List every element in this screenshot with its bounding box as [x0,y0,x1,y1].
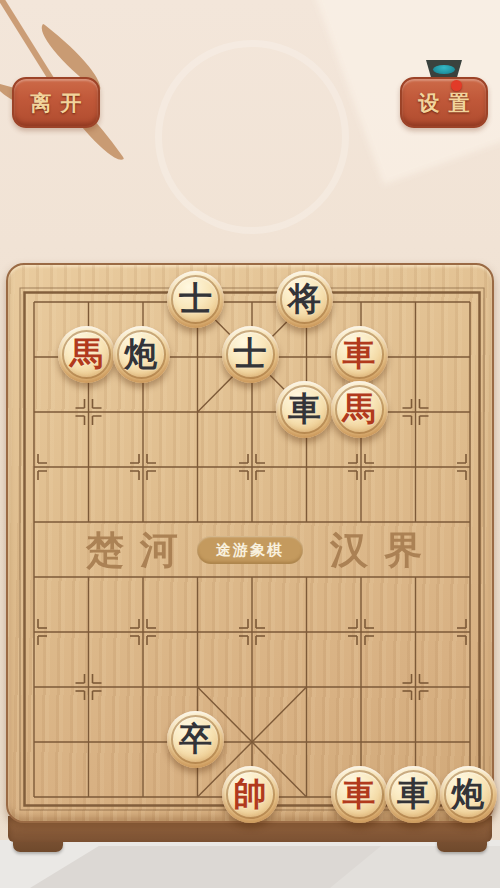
piece-black-general[interactable]: 将 [276,271,333,328]
blossom-decoration [155,40,349,234]
table-surface [0,840,500,888]
game-screen: 离开 设置 楚河 汉界 途游象棋 士将馬炮士車車馬卒帥車車炮 [0,0,500,888]
piece-glyph: 士 [179,282,212,315]
piece-glyph: 馬 [70,337,103,370]
tea-surface [433,65,455,74]
piece-glyph: 炮 [452,777,485,810]
piece-glyph: 将 [288,282,321,315]
piece-glyph: 車 [343,777,376,810]
piece-glyph: 帥 [234,777,267,810]
piece-glyph: 炮 [125,337,158,370]
piece-red-horse[interactable]: 馬 [58,326,115,383]
piece-red-general[interactable]: 帥 [222,766,279,823]
piece-red-chariot[interactable]: 車 [331,326,388,383]
piece-black-advisor[interactable]: 士 [167,271,224,328]
piece-glyph: 卒 [179,722,212,755]
leave-button[interactable]: 离开 [12,77,100,128]
settings-button[interactable]: 设置 [400,77,488,128]
piece-glyph: 士 [234,337,267,370]
piece-black-soldier[interactable]: 卒 [167,711,224,768]
piece-glyph: 車 [343,337,376,370]
piece-red-horse[interactable]: 馬 [331,381,388,438]
piece-black-advisor[interactable]: 士 [222,326,279,383]
river-label-chu: 楚河 [70,527,194,573]
piece-glyph: 馬 [343,392,376,425]
piece-red-chariot[interactable]: 車 [331,766,388,823]
piece-black-chariot[interactable]: 車 [276,381,333,438]
piece-black-cannon[interactable]: 炮 [113,326,170,383]
piece-black-chariot[interactable]: 車 [385,766,442,823]
app-badge: 途游象棋 [197,536,303,564]
xiangqi-board[interactable]: 楚河 汉界 途游象棋 士将馬炮士車車馬卒帥車車炮 [6,263,494,823]
piece-black-cannon[interactable]: 炮 [440,766,497,823]
river-label-han: 汉界 [314,527,438,573]
piece-glyph: 車 [288,392,321,425]
notification-dot [451,80,462,91]
piece-glyph: 車 [397,777,430,810]
